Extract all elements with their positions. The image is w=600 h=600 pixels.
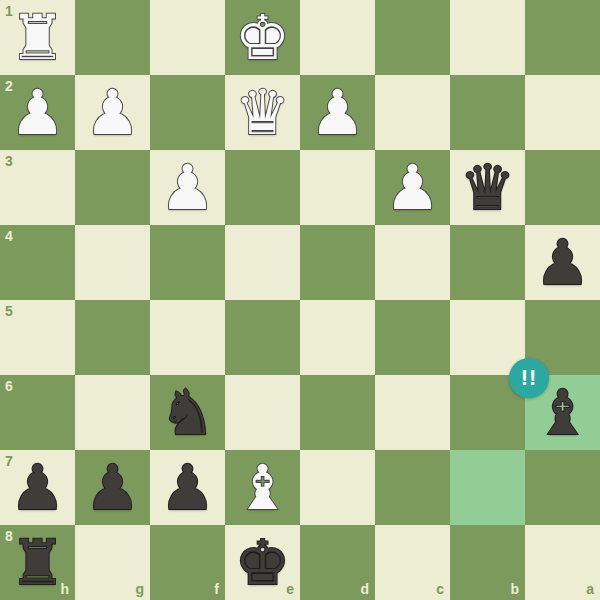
square-g7[interactable]: ♟ (75, 450, 150, 525)
square-a3[interactable] (525, 150, 600, 225)
square-c8[interactable]: c (375, 525, 450, 600)
square-a8[interactable]: a (525, 525, 600, 600)
white-queen[interactable]: ♛ (225, 75, 300, 150)
square-b7[interactable] (450, 450, 525, 525)
rank-label-5: 5 (5, 304, 13, 318)
white-pawn[interactable]: ♟ (0, 75, 75, 150)
square-f4[interactable] (150, 225, 225, 300)
square-a6[interactable]: ♝ (525, 375, 600, 450)
square-e2[interactable]: ♛ (225, 75, 300, 150)
black-pawn[interactable]: ♟ (75, 450, 150, 525)
black-rook[interactable]: ♜ (0, 525, 75, 600)
square-f6[interactable]: ♞ (150, 375, 225, 450)
square-e3[interactable] (225, 150, 300, 225)
black-knight[interactable]: ♞ (150, 375, 225, 450)
square-d2[interactable]: ♟ (300, 75, 375, 150)
square-h2[interactable]: 2♟ (0, 75, 75, 150)
square-e8[interactable]: e♚ (225, 525, 300, 600)
black-queen[interactable]: ♛ (450, 150, 525, 225)
square-a1[interactable] (525, 0, 600, 75)
square-g2[interactable]: ♟ (75, 75, 150, 150)
white-rook[interactable]: ♜ (0, 0, 75, 75)
square-h8[interactable]: 8h♜ (0, 525, 75, 600)
chess-board: !! 1♜♚2♟♟♛♟3♟♟♛4♟56♞♝7♟♟♟♝8h♜gfe♚dcba (0, 0, 600, 600)
rank-label-4: 4 (5, 229, 13, 243)
square-f1[interactable] (150, 0, 225, 75)
white-pawn[interactable]: ♟ (375, 150, 450, 225)
black-pawn[interactable]: ♟ (0, 450, 75, 525)
square-f2[interactable] (150, 75, 225, 150)
square-h5[interactable]: 5 (0, 300, 75, 375)
square-e6[interactable] (225, 375, 300, 450)
white-pawn[interactable]: ♟ (150, 150, 225, 225)
white-pawn[interactable]: ♟ (75, 75, 150, 150)
square-h4[interactable]: 4 (0, 225, 75, 300)
square-f5[interactable] (150, 300, 225, 375)
square-h6[interactable]: 6 (0, 375, 75, 450)
square-b6[interactable] (450, 375, 525, 450)
black-pawn[interactable]: ♟ (525, 225, 600, 300)
square-h7[interactable]: 7♟ (0, 450, 75, 525)
square-c6[interactable] (375, 375, 450, 450)
square-g1[interactable] (75, 0, 150, 75)
black-pawn[interactable]: ♟ (150, 450, 225, 525)
square-g5[interactable] (75, 300, 150, 375)
square-d8[interactable]: d (300, 525, 375, 600)
file-label-d: d (360, 582, 369, 596)
square-c3[interactable]: ♟ (375, 150, 450, 225)
square-c4[interactable] (375, 225, 450, 300)
square-g3[interactable] (75, 150, 150, 225)
rank-label-3: 3 (5, 154, 13, 168)
square-c5[interactable] (375, 300, 450, 375)
square-b4[interactable] (450, 225, 525, 300)
file-label-g: g (135, 582, 144, 596)
square-a5[interactable] (525, 300, 600, 375)
black-bishop[interactable]: ♝ (525, 375, 600, 450)
square-d5[interactable] (300, 300, 375, 375)
file-label-f: f (214, 582, 219, 596)
square-g4[interactable] (75, 225, 150, 300)
square-g8[interactable]: g (75, 525, 150, 600)
file-label-b: b (510, 582, 519, 596)
square-c1[interactable] (375, 0, 450, 75)
square-h3[interactable]: 3 (0, 150, 75, 225)
square-c7[interactable] (375, 450, 450, 525)
square-d1[interactable] (300, 0, 375, 75)
black-king[interactable]: ♚ (225, 525, 300, 600)
square-d3[interactable] (300, 150, 375, 225)
square-h1[interactable]: 1♜ (0, 0, 75, 75)
square-e4[interactable] (225, 225, 300, 300)
square-d6[interactable] (300, 375, 375, 450)
square-f3[interactable]: ♟ (150, 150, 225, 225)
square-a2[interactable] (525, 75, 600, 150)
file-label-c: c (436, 582, 444, 596)
square-e7[interactable]: ♝ (225, 450, 300, 525)
square-b1[interactable] (450, 0, 525, 75)
square-b5[interactable] (450, 300, 525, 375)
square-f7[interactable]: ♟ (150, 450, 225, 525)
white-king[interactable]: ♚ (225, 0, 300, 75)
square-e1[interactable]: ♚ (225, 0, 300, 75)
square-b8[interactable]: b (450, 525, 525, 600)
square-a7[interactable] (525, 450, 600, 525)
square-f8[interactable]: f (150, 525, 225, 600)
file-label-a: a (586, 582, 594, 596)
square-g6[interactable] (75, 375, 150, 450)
rank-label-6: 6 (5, 379, 13, 393)
square-b3[interactable]: ♛ (450, 150, 525, 225)
square-d4[interactable] (300, 225, 375, 300)
square-d7[interactable] (300, 450, 375, 525)
square-e5[interactable] (225, 300, 300, 375)
white-bishop[interactable]: ♝ (225, 450, 300, 525)
square-a4[interactable]: ♟ (525, 225, 600, 300)
white-pawn[interactable]: ♟ (300, 75, 375, 150)
square-b2[interactable] (450, 75, 525, 150)
square-c2[interactable] (375, 75, 450, 150)
